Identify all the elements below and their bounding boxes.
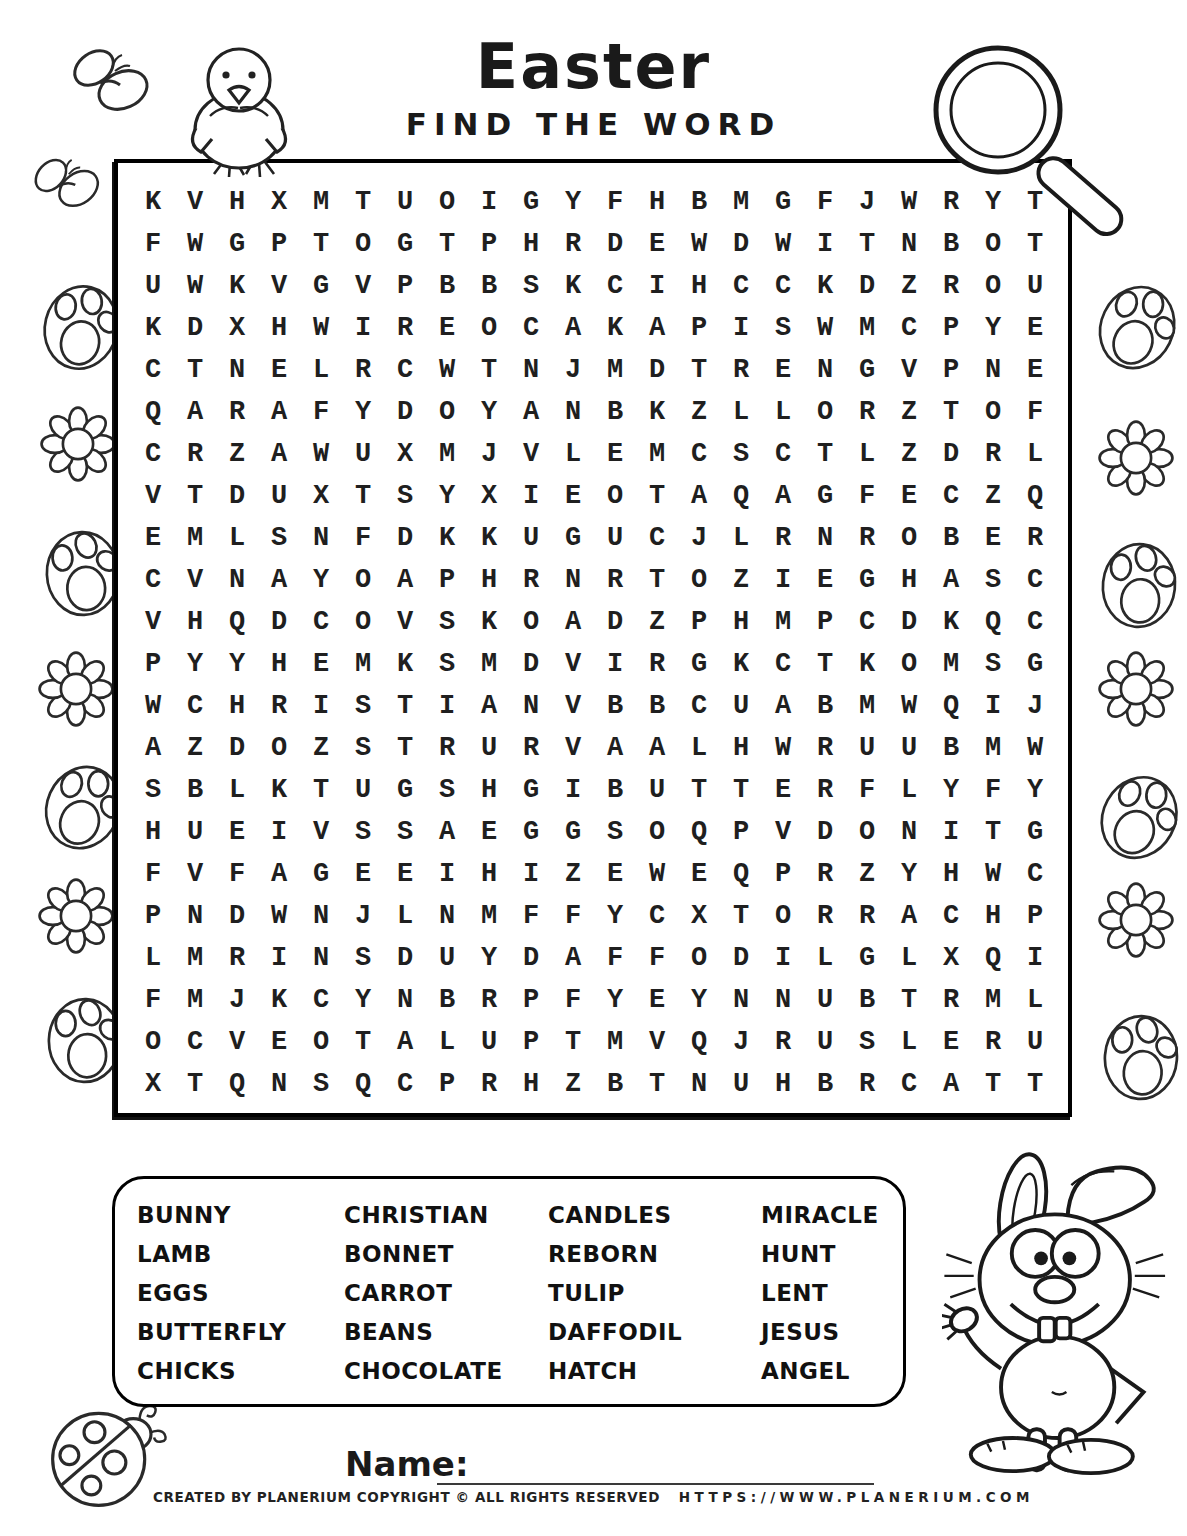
grid-cell[interactable]: O <box>972 265 1014 307</box>
grid-cell[interactable]: E <box>930 1021 972 1063</box>
grid-cell[interactable]: K <box>804 265 846 307</box>
grid-cell[interactable]: K <box>384 643 426 685</box>
grid-cell[interactable]: T <box>678 349 720 391</box>
grid-cell[interactable]: W <box>762 223 804 265</box>
grid-cell[interactable]: C <box>384 349 426 391</box>
grid-cell[interactable]: M <box>174 937 216 979</box>
grid-cell[interactable]: R <box>216 391 258 433</box>
grid-cell[interactable]: L <box>804 937 846 979</box>
grid-cell[interactable]: P <box>720 811 762 853</box>
grid-cell[interactable]: Z <box>636 601 678 643</box>
grid-cell[interactable]: R <box>804 727 846 769</box>
grid-cell[interactable]: Z <box>888 433 930 475</box>
grid-cell[interactable]: G <box>846 559 888 601</box>
grid-cell[interactable]: R <box>846 895 888 937</box>
grid-cell[interactable]: K <box>258 769 300 811</box>
grid-cell[interactable]: D <box>930 433 972 475</box>
grid-cell[interactable]: I <box>342 307 384 349</box>
grid-cell[interactable]: L <box>1014 979 1056 1021</box>
grid-cell[interactable]: Z <box>174 727 216 769</box>
grid-cell[interactable]: E <box>594 853 636 895</box>
grid-cell[interactable]: H <box>636 181 678 223</box>
grid-cell[interactable]: D <box>384 391 426 433</box>
grid-cell[interactable]: W <box>174 265 216 307</box>
word-item[interactable]: CHRISTIAN <box>344 1195 548 1234</box>
grid-cell[interactable]: S <box>342 937 384 979</box>
grid-cell[interactable]: R <box>468 1063 510 1105</box>
grid-cell[interactable]: N <box>300 517 342 559</box>
grid-cell[interactable]: B <box>930 727 972 769</box>
grid-cell[interactable]: P <box>132 643 174 685</box>
grid-cell[interactable]: D <box>216 475 258 517</box>
grid-cell[interactable]: E <box>384 853 426 895</box>
grid-cell[interactable]: G <box>510 811 552 853</box>
grid-cell[interactable]: I <box>258 937 300 979</box>
grid-cell[interactable]: E <box>258 1021 300 1063</box>
grid-cell[interactable]: I <box>804 223 846 265</box>
grid-cell[interactable]: U <box>804 1021 846 1063</box>
grid-cell[interactable]: C <box>132 349 174 391</box>
grid-cell[interactable]: Y <box>972 307 1014 349</box>
grid-cell[interactable]: T <box>300 223 342 265</box>
grid-cell[interactable]: G <box>300 853 342 895</box>
grid-cell[interactable]: B <box>804 1063 846 1105</box>
grid-cell[interactable]: T <box>720 769 762 811</box>
grid-cell[interactable]: P <box>384 265 426 307</box>
grid-cell[interactable]: D <box>384 937 426 979</box>
grid-cell[interactable]: Q <box>216 601 258 643</box>
grid-cell[interactable]: S <box>300 1063 342 1105</box>
grid-cell[interactable]: G <box>384 769 426 811</box>
grid-cell[interactable]: R <box>636 643 678 685</box>
grid-cell[interactable]: A <box>510 391 552 433</box>
grid-cell[interactable]: D <box>594 601 636 643</box>
grid-cell[interactable]: X <box>468 475 510 517</box>
grid-cell[interactable]: Y <box>468 391 510 433</box>
grid-cell[interactable]: C <box>762 265 804 307</box>
grid-cell[interactable]: Y <box>552 181 594 223</box>
grid-cell[interactable]: O <box>804 391 846 433</box>
grid-cell[interactable]: H <box>762 1063 804 1105</box>
grid-cell[interactable]: P <box>930 307 972 349</box>
grid-cell[interactable]: E <box>888 475 930 517</box>
word-item[interactable]: ANGEL <box>761 1351 893 1390</box>
grid-cell[interactable]: P <box>762 853 804 895</box>
grid-cell[interactable]: G <box>510 769 552 811</box>
grid-cell[interactable]: R <box>930 265 972 307</box>
grid-cell[interactable]: Y <box>174 643 216 685</box>
grid-cell[interactable]: A <box>552 307 594 349</box>
grid-cell[interactable]: A <box>930 559 972 601</box>
word-item[interactable]: MIRACLE <box>761 1195 893 1234</box>
grid-cell[interactable]: A <box>174 391 216 433</box>
grid-cell[interactable]: L <box>1014 433 1056 475</box>
grid-cell[interactable]: R <box>846 391 888 433</box>
grid-cell[interactable]: V <box>174 181 216 223</box>
grid-cell[interactable]: N <box>804 517 846 559</box>
grid-cell[interactable]: H <box>132 811 174 853</box>
grid-cell[interactable]: R <box>930 979 972 1021</box>
grid-cell[interactable]: K <box>636 391 678 433</box>
grid-cell[interactable]: F <box>216 853 258 895</box>
grid-cell[interactable]: M <box>468 643 510 685</box>
grid-cell[interactable]: D <box>636 349 678 391</box>
grid-cell[interactable]: C <box>510 307 552 349</box>
grid-cell[interactable]: Z <box>552 1063 594 1105</box>
grid-cell[interactable]: C <box>1014 853 1056 895</box>
grid-cell[interactable]: A <box>930 1063 972 1105</box>
grid-cell[interactable]: G <box>1014 811 1056 853</box>
grid-cell[interactable]: D <box>384 517 426 559</box>
grid-cell[interactable]: J <box>468 433 510 475</box>
grid-cell[interactable]: I <box>972 685 1014 727</box>
grid-cell[interactable]: C <box>174 1021 216 1063</box>
grid-cell[interactable]: T <box>636 1063 678 1105</box>
grid-cell[interactable]: T <box>384 727 426 769</box>
grid-cell[interactable]: G <box>300 265 342 307</box>
grid-cell[interactable]: S <box>720 433 762 475</box>
grid-cell[interactable]: I <box>720 307 762 349</box>
grid-cell[interactable]: D <box>594 223 636 265</box>
grid-cell[interactable]: H <box>678 265 720 307</box>
grid-cell[interactable]: S <box>510 265 552 307</box>
grid-cell[interactable]: S <box>762 307 804 349</box>
grid-cell[interactable]: J <box>216 979 258 1021</box>
grid-cell[interactable]: Q <box>972 937 1014 979</box>
grid-cell[interactable]: R <box>174 433 216 475</box>
grid-cell[interactable]: M <box>594 1021 636 1063</box>
grid-cell[interactable]: V <box>258 265 300 307</box>
grid-cell[interactable]: M <box>300 181 342 223</box>
grid-cell[interactable]: L <box>552 433 594 475</box>
grid-cell[interactable]: V <box>174 853 216 895</box>
grid-cell[interactable]: I <box>594 643 636 685</box>
grid-cell[interactable]: W <box>972 853 1014 895</box>
grid-cell[interactable]: C <box>132 433 174 475</box>
word-item[interactable]: DAFFODIL <box>548 1312 761 1351</box>
grid-cell[interactable]: O <box>300 1021 342 1063</box>
grid-cell[interactable]: T <box>636 475 678 517</box>
grid-cell[interactable]: A <box>384 559 426 601</box>
grid-cell[interactable]: F <box>552 895 594 937</box>
grid-cell[interactable]: J <box>720 1021 762 1063</box>
word-item[interactable]: REBORN <box>548 1234 761 1273</box>
grid-cell[interactable]: K <box>468 517 510 559</box>
grid-cell[interactable]: P <box>804 601 846 643</box>
grid-cell[interactable]: R <box>1014 517 1056 559</box>
grid-cell[interactable]: V <box>888 349 930 391</box>
word-item[interactable]: JESUS <box>761 1312 893 1351</box>
grid-cell[interactable]: A <box>258 853 300 895</box>
grid-cell[interactable]: T <box>636 559 678 601</box>
grid-cell[interactable]: I <box>1014 937 1056 979</box>
grid-cell[interactable]: Y <box>888 853 930 895</box>
grid-cell[interactable]: S <box>972 559 1014 601</box>
grid-cell[interactable]: U <box>846 727 888 769</box>
grid-cell[interactable]: G <box>762 181 804 223</box>
grid-cell[interactable]: I <box>510 853 552 895</box>
grid-cell[interactable]: W <box>636 853 678 895</box>
grid-cell[interactable]: D <box>846 265 888 307</box>
grid-cell[interactable]: I <box>258 811 300 853</box>
grid-cell[interactable]: K <box>594 307 636 349</box>
grid-cell[interactable]: O <box>510 601 552 643</box>
grid-cell[interactable]: K <box>426 517 468 559</box>
grid-cell[interactable]: F <box>846 769 888 811</box>
grid-cell[interactable]: Y <box>342 391 384 433</box>
grid-cell[interactable]: L <box>216 769 258 811</box>
grid-cell[interactable]: E <box>1014 349 1056 391</box>
grid-cell[interactable]: H <box>510 1063 552 1105</box>
grid-cell[interactable]: T <box>552 1021 594 1063</box>
grid-cell[interactable]: S <box>342 685 384 727</box>
grid-cell[interactable]: U <box>594 517 636 559</box>
grid-cell[interactable]: T <box>174 349 216 391</box>
grid-cell[interactable]: E <box>636 223 678 265</box>
grid-cell[interactable]: O <box>972 223 1014 265</box>
grid-cell[interactable]: P <box>510 979 552 1021</box>
grid-cell[interactable]: A <box>258 559 300 601</box>
grid-cell[interactable]: U <box>426 937 468 979</box>
grid-cell[interactable]: V <box>384 601 426 643</box>
grid-cell[interactable]: R <box>972 1021 1014 1063</box>
grid-cell[interactable]: P <box>468 223 510 265</box>
grid-cell[interactable]: A <box>552 937 594 979</box>
grid-cell[interactable]: G <box>678 643 720 685</box>
grid-cell[interactable]: U <box>342 433 384 475</box>
grid-cell[interactable]: K <box>552 265 594 307</box>
grid-cell[interactable]: D <box>888 601 930 643</box>
grid-cell[interactable]: T <box>846 223 888 265</box>
grid-cell[interactable]: V <box>636 1021 678 1063</box>
grid-cell[interactable]: C <box>174 685 216 727</box>
grid-cell[interactable]: F <box>510 895 552 937</box>
grid-cell[interactable]: R <box>258 685 300 727</box>
grid-cell[interactable]: W <box>132 685 174 727</box>
grid-cell[interactable]: T <box>300 769 342 811</box>
grid-cell[interactable]: O <box>972 391 1014 433</box>
grid-cell[interactable]: W <box>174 223 216 265</box>
grid-cell[interactable]: T <box>468 349 510 391</box>
grid-cell[interactable]: T <box>930 391 972 433</box>
grid-cell[interactable]: S <box>594 811 636 853</box>
grid-cell[interactable]: I <box>510 475 552 517</box>
grid-cell[interactable]: W <box>888 181 930 223</box>
grid-cell[interactable]: Z <box>888 265 930 307</box>
word-item[interactable]: CHICKS <box>137 1351 344 1390</box>
grid-cell[interactable]: A <box>258 433 300 475</box>
grid-cell[interactable]: J <box>342 895 384 937</box>
grid-cell[interactable]: F <box>132 979 174 1021</box>
grid-cell[interactable]: M <box>846 307 888 349</box>
grid-cell[interactable]: T <box>720 895 762 937</box>
grid-cell[interactable]: N <box>216 559 258 601</box>
grid-cell[interactable]: M <box>174 517 216 559</box>
grid-cell[interactable]: A <box>132 727 174 769</box>
word-item[interactable]: BONNET <box>344 1234 548 1273</box>
grid-cell[interactable]: N <box>510 349 552 391</box>
grid-cell[interactable]: N <box>510 685 552 727</box>
grid-cell[interactable]: A <box>258 391 300 433</box>
grid-cell[interactable]: L <box>888 1021 930 1063</box>
grid-cell[interactable]: O <box>762 895 804 937</box>
grid-cell[interactable]: N <box>426 895 468 937</box>
grid-cell[interactable]: N <box>720 979 762 1021</box>
grid-cell[interactable]: R <box>930 181 972 223</box>
grid-cell[interactable]: M <box>636 433 678 475</box>
grid-cell[interactable]: T <box>804 433 846 475</box>
grid-cell[interactable]: S <box>258 517 300 559</box>
word-item[interactable]: CARROT <box>344 1273 548 1312</box>
grid-cell[interactable]: A <box>678 475 720 517</box>
grid-cell[interactable]: X <box>678 895 720 937</box>
grid-cell[interactable]: C <box>846 601 888 643</box>
grid-cell[interactable]: H <box>258 643 300 685</box>
grid-cell[interactable]: N <box>174 895 216 937</box>
grid-cell[interactable]: E <box>1014 307 1056 349</box>
grid-cell[interactable]: E <box>216 811 258 853</box>
grid-cell[interactable]: U <box>1014 265 1056 307</box>
grid-cell[interactable]: F <box>804 181 846 223</box>
grid-cell[interactable]: E <box>258 349 300 391</box>
grid-cell[interactable]: E <box>342 853 384 895</box>
grid-cell[interactable]: R <box>804 895 846 937</box>
grid-cell[interactable]: L <box>678 727 720 769</box>
grid-cell[interactable]: Q <box>342 1063 384 1105</box>
grid-cell[interactable]: T <box>972 811 1014 853</box>
grid-cell[interactable]: R <box>594 559 636 601</box>
grid-cell[interactable]: F <box>1014 391 1056 433</box>
grid-cell[interactable]: K <box>132 307 174 349</box>
grid-cell[interactable]: F <box>972 769 1014 811</box>
grid-cell[interactable]: R <box>216 937 258 979</box>
grid-cell[interactable]: V <box>300 811 342 853</box>
grid-cell[interactable]: S <box>426 643 468 685</box>
grid-cell[interactable]: F <box>552 979 594 1021</box>
grid-cell[interactable]: B <box>594 769 636 811</box>
grid-cell[interactable]: W <box>762 727 804 769</box>
grid-cell[interactable]: Q <box>720 475 762 517</box>
grid-cell[interactable]: G <box>846 937 888 979</box>
grid-cell[interactable]: G <box>510 181 552 223</box>
grid-cell[interactable]: D <box>216 895 258 937</box>
grid-cell[interactable]: T <box>1014 223 1056 265</box>
grid-cell[interactable]: C <box>300 601 342 643</box>
grid-cell[interactable]: V <box>342 265 384 307</box>
grid-cell[interactable]: S <box>342 727 384 769</box>
grid-cell[interactable]: Y <box>342 979 384 1021</box>
grid-cell[interactable]: I <box>300 685 342 727</box>
grid-cell[interactable]: R <box>762 517 804 559</box>
grid-cell[interactable]: D <box>216 727 258 769</box>
grid-cell[interactable]: T <box>678 769 720 811</box>
grid-cell[interactable]: U <box>720 1063 762 1105</box>
grid-cell[interactable]: S <box>972 643 1014 685</box>
grid-cell[interactable]: H <box>972 895 1014 937</box>
grid-cell[interactable]: A <box>636 307 678 349</box>
grid-cell[interactable]: M <box>594 349 636 391</box>
grid-cell[interactable]: F <box>594 181 636 223</box>
grid-cell[interactable]: C <box>678 433 720 475</box>
grid-cell[interactable]: C <box>888 1063 930 1105</box>
grid-cell[interactable]: A <box>384 1021 426 1063</box>
grid-cell[interactable]: L <box>132 937 174 979</box>
grid-cell[interactable]: A <box>468 685 510 727</box>
word-item[interactable]: BEANS <box>344 1312 548 1351</box>
grid-cell[interactable]: D <box>720 937 762 979</box>
grid-cell[interactable]: T <box>1014 181 1056 223</box>
grid-cell[interactable]: J <box>846 181 888 223</box>
grid-cell[interactable]: P <box>132 895 174 937</box>
grid-cell[interactable]: C <box>762 643 804 685</box>
grid-cell[interactable]: R <box>720 349 762 391</box>
grid-cell[interactable]: H <box>720 727 762 769</box>
grid-cell[interactable]: E <box>678 853 720 895</box>
grid-cell[interactable]: P <box>1014 895 1056 937</box>
grid-cell[interactable]: L <box>720 391 762 433</box>
grid-cell[interactable]: B <box>594 685 636 727</box>
grid-cell[interactable]: C <box>384 1063 426 1105</box>
grid-cell[interactable]: C <box>930 895 972 937</box>
grid-cell[interactable]: T <box>342 475 384 517</box>
grid-cell[interactable]: Y <box>678 979 720 1021</box>
grid-cell[interactable]: H <box>174 601 216 643</box>
grid-cell[interactable]: Q <box>216 1063 258 1105</box>
grid-cell[interactable]: G <box>552 517 594 559</box>
grid-cell[interactable]: V <box>174 559 216 601</box>
word-item[interactable]: HATCH <box>548 1351 761 1390</box>
grid-cell[interactable]: T <box>972 1063 1014 1105</box>
grid-cell[interactable]: N <box>888 223 930 265</box>
grid-cell[interactable]: I <box>426 685 468 727</box>
grid-cell[interactable]: E <box>552 475 594 517</box>
grid-cell[interactable]: Z <box>552 853 594 895</box>
grid-cell[interactable]: Y <box>216 643 258 685</box>
grid-cell[interactable]: A <box>426 811 468 853</box>
grid-cell[interactable]: R <box>762 1021 804 1063</box>
word-item[interactable]: TULIP <box>548 1273 761 1312</box>
grid-cell[interactable]: N <box>258 1063 300 1105</box>
grid-cell[interactable]: C <box>132 559 174 601</box>
grid-cell[interactable]: B <box>846 979 888 1021</box>
grid-cell[interactable]: H <box>468 853 510 895</box>
grid-cell[interactable]: S <box>846 1021 888 1063</box>
grid-cell[interactable]: L <box>384 895 426 937</box>
grid-cell[interactable]: O <box>342 601 384 643</box>
grid-cell[interactable]: N <box>300 937 342 979</box>
grid-cell[interactable]: V <box>552 727 594 769</box>
grid-cell[interactable]: S <box>132 769 174 811</box>
grid-cell[interactable]: U <box>132 265 174 307</box>
grid-cell[interactable]: B <box>468 265 510 307</box>
grid-cell[interactable]: K <box>216 265 258 307</box>
grid-cell[interactable]: N <box>552 391 594 433</box>
grid-cell[interactable]: G <box>552 811 594 853</box>
grid-cell[interactable]: B <box>930 517 972 559</box>
grid-cell[interactable]: R <box>804 853 846 895</box>
grid-cell[interactable]: L <box>216 517 258 559</box>
grid-cell[interactable]: Y <box>426 475 468 517</box>
grid-cell[interactable]: U <box>636 769 678 811</box>
grid-cell[interactable]: Y <box>972 181 1014 223</box>
grid-cell[interactable]: A <box>552 601 594 643</box>
grid-cell[interactable]: J <box>678 517 720 559</box>
grid-cell[interactable]: U <box>174 811 216 853</box>
grid-cell[interactable]: L <box>762 391 804 433</box>
grid-cell[interactable]: T <box>804 643 846 685</box>
grid-cell[interactable]: H <box>216 685 258 727</box>
grid-cell[interactable]: W <box>888 685 930 727</box>
